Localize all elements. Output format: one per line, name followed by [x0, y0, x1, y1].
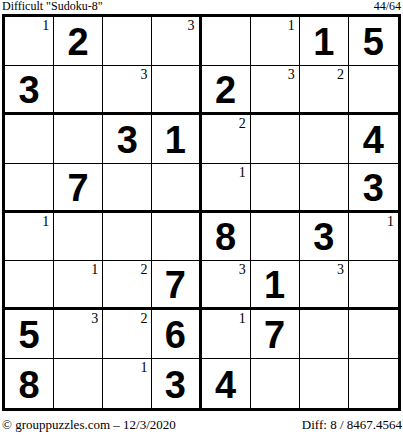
cell-r6c4: 7 [152, 261, 201, 310]
cell-r8c3: 1 [103, 359, 152, 408]
cell-r6c8 [349, 261, 398, 310]
cell-r3c7 [300, 115, 349, 164]
cell-r1c2: 2 [54, 17, 103, 66]
cell-r3c6 [251, 115, 300, 164]
remaining-cells-counter: 44/64 [374, 0, 401, 13]
given-digit: 4 [363, 119, 384, 159]
pencil-mark: 3 [288, 67, 295, 82]
cell-r6c2: 1 [54, 261, 103, 310]
cell-r4c3 [103, 164, 152, 213]
cell-r2c1: 3 [5, 66, 54, 115]
cell-r2c3: 3 [103, 66, 152, 115]
cell-r7c4: 6 [152, 310, 201, 359]
cell-r6c7: 3 [300, 261, 349, 310]
cell-r7c8 [349, 310, 398, 359]
given-digit: 7 [68, 167, 89, 207]
cell-r8c4: 3 [152, 359, 201, 408]
pencil-mark: 1 [239, 165, 246, 180]
cell-r1c1: 1 [5, 17, 54, 66]
cell-r2c7: 2 [300, 66, 349, 115]
page-header: Difficult "Sudoku-8" 44/64 [0, 0, 403, 14]
cell-r8c2 [54, 359, 103, 408]
cell-r2c4 [152, 66, 201, 115]
pencil-mark: 3 [337, 262, 344, 277]
cell-r5c3 [103, 213, 152, 262]
cell-r1c3 [103, 17, 152, 66]
cell-r6c6: 1 [251, 261, 300, 310]
given-digit: 5 [363, 21, 384, 61]
given-digit: 8 [215, 216, 236, 256]
pencil-mark: 3 [239, 262, 246, 277]
cell-r5c4 [152, 213, 201, 262]
given-digit: 3 [313, 216, 334, 256]
cell-r3c5: 2 [202, 115, 251, 164]
cell-r2c2 [54, 66, 103, 115]
cell-r5c1: 1 [5, 213, 54, 262]
pencil-mark: 1 [42, 18, 49, 33]
cell-r3c1 [5, 115, 54, 164]
given-digit: 1 [313, 21, 334, 61]
pencil-mark: 1 [91, 262, 98, 277]
cell-r6c1 [5, 261, 54, 310]
cell-r8c6 [251, 359, 300, 408]
given-digit: 6 [165, 314, 186, 354]
pencil-mark: 1 [140, 360, 147, 375]
cell-r1c8: 5 [349, 17, 398, 66]
given-digit: 3 [165, 364, 186, 404]
pencil-mark: 2 [239, 116, 246, 131]
cell-r8c8 [349, 359, 398, 408]
cell-r6c5: 3 [202, 261, 251, 310]
cell-r3c4: 1 [152, 115, 201, 164]
sudoku-page: Difficult "Sudoku-8" 44/64 1231153323231… [0, 0, 403, 437]
cell-r3c8: 4 [349, 115, 398, 164]
given-digit: 1 [165, 119, 186, 159]
cell-r7c7 [300, 310, 349, 359]
given-digit: 3 [363, 167, 384, 207]
pencil-mark: 2 [140, 311, 147, 326]
cell-r5c5: 8 [202, 213, 251, 262]
given-digit: 7 [264, 314, 285, 354]
difficulty-text: Diff: 8 / 8467.4564 [302, 417, 402, 432]
pencil-mark: 3 [188, 18, 195, 33]
cell-r4c7 [300, 164, 349, 213]
cell-r1c7: 1 [300, 17, 349, 66]
given-digit: 4 [215, 364, 236, 404]
copyright-text: © grouppuzzles.com – 12/3/2020 [2, 417, 176, 432]
puzzle-title: Difficult "Sudoku-8" [2, 0, 103, 13]
cell-r5c7: 3 [300, 213, 349, 262]
cell-r7c2: 3 [54, 310, 103, 359]
cell-r7c6: 7 [251, 310, 300, 359]
cell-r8c1: 8 [5, 359, 54, 408]
cell-r1c5 [202, 17, 251, 66]
cell-r4c8: 3 [349, 164, 398, 213]
given-digit: 1 [264, 264, 285, 304]
cell-r8c5: 4 [202, 359, 251, 408]
pencil-mark: 3 [91, 311, 98, 326]
pencil-mark: 1 [239, 311, 246, 326]
cell-r4c1 [5, 164, 54, 213]
pencil-mark: 1 [42, 214, 49, 229]
pencil-mark: 2 [337, 67, 344, 82]
pencil-mark: 1 [387, 214, 394, 229]
cell-r5c2 [54, 213, 103, 262]
given-digit: 8 [18, 364, 39, 404]
given-digit: 3 [18, 69, 39, 109]
given-digit: 3 [117, 119, 138, 159]
given-digit: 7 [165, 264, 186, 304]
cell-r2c5: 2 [202, 66, 251, 115]
given-digit: 5 [18, 314, 39, 354]
pencil-mark: 3 [140, 67, 147, 82]
cell-r7c1: 5 [5, 310, 54, 359]
cell-r4c6 [251, 164, 300, 213]
cell-r6c3: 2 [103, 261, 152, 310]
cell-r4c4 [152, 164, 201, 213]
pencil-mark: 1 [288, 18, 295, 33]
cell-r4c2: 7 [54, 164, 103, 213]
cell-r2c6: 3 [251, 66, 300, 115]
cell-r5c6 [251, 213, 300, 262]
cell-r3c3: 3 [103, 115, 152, 164]
page-footer: © grouppuzzles.com – 12/3/2020 Diff: 8 /… [0, 417, 403, 432]
sudoku-board: 12311533232312471318311273135326178134 [2, 14, 401, 411]
given-digit: 2 [68, 21, 89, 61]
cell-r5c8: 1 [349, 213, 398, 262]
cell-r1c6: 1 [251, 17, 300, 66]
given-digit: 2 [215, 69, 236, 109]
cell-r4c5: 1 [202, 164, 251, 213]
cell-r7c3: 2 [103, 310, 152, 359]
cell-r2c8 [349, 66, 398, 115]
cell-r3c2 [54, 115, 103, 164]
cell-r1c4: 3 [152, 17, 201, 66]
cell-r7c5: 1 [202, 310, 251, 359]
pencil-mark: 2 [140, 262, 147, 277]
cell-r8c7 [300, 359, 349, 408]
